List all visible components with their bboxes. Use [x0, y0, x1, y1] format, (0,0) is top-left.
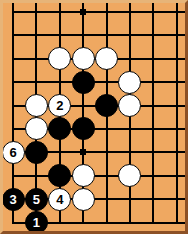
- black-stone-move-1: 1: [25, 211, 48, 231]
- white-stone: [72, 188, 95, 211]
- move-number: 1: [33, 216, 40, 229]
- black-stone: [72, 71, 95, 94]
- go-board-diagram: 263541: [0, 0, 188, 234]
- move-number: 4: [56, 193, 63, 206]
- black-stone-move-3: 3: [3, 188, 25, 211]
- black-stone: [95, 94, 118, 117]
- black-stone: [72, 117, 95, 140]
- white-stone: [118, 164, 141, 187]
- black-stone: [48, 164, 71, 187]
- white-stone: [118, 94, 141, 117]
- move-number: 3: [9, 193, 16, 206]
- black-stone: [48, 117, 71, 140]
- white-stone-move-4: 4: [48, 188, 71, 211]
- move-number: 6: [9, 146, 16, 159]
- white-stone: [48, 47, 71, 70]
- move-number: 2: [56, 99, 63, 112]
- board-surface: 263541: [3, 3, 185, 231]
- white-stone: [95, 47, 118, 70]
- white-stone: [25, 117, 48, 140]
- white-stone-move-2: 2: [48, 94, 71, 117]
- white-stone: [72, 47, 95, 70]
- white-stone: [118, 71, 141, 94]
- move-number: 5: [33, 193, 40, 206]
- black-stone-move-5: 5: [25, 188, 48, 211]
- white-stone-move-6: 6: [3, 141, 25, 164]
- black-stone: [25, 141, 48, 164]
- white-stone: [25, 94, 48, 117]
- white-stone: [72, 164, 95, 187]
- stones-layer: 263541: [3, 3, 185, 231]
